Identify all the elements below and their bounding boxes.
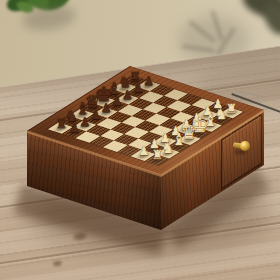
black-pawn-d7[interactable]: ♟ [101,102,112,114]
black-pawn-c7[interactable]: ♟ [90,109,101,121]
photo-scene: ♜♞♝♛♚♝♞♜♟♟♟♟♟♟♟♟♟♟♟♟♟♟♟♟♜♞♝♛♚♝♞♜ [0,0,280,280]
white-pawn-a2[interactable]: ♟ [138,145,149,157]
knob-shadow [234,150,247,154]
black-pawn-h7[interactable]: ♟ [143,75,154,87]
black-rook-a8[interactable]: ♜ [55,117,67,130]
drawer-knob-ball[interactable] [240,141,250,151]
black-pawn-g7[interactable]: ♟ [133,82,144,94]
black-pawn-f7[interactable]: ♟ [122,89,133,101]
black-pawn-a7[interactable]: ♟ [69,122,80,134]
wood-knot [52,259,64,267]
black-pawn-e7[interactable]: ♟ [112,95,123,107]
white-rook-a1[interactable]: ♜ [152,149,164,162]
black-pawn-b7[interactable]: ♟ [80,116,91,128]
